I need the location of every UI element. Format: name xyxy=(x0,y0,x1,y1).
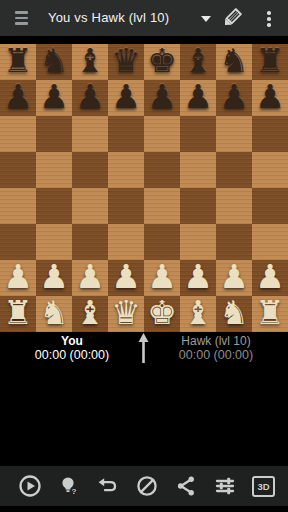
player-clock-you: You 00:00 (00:00) xyxy=(0,334,144,362)
square-d1[interactable]: ♛ xyxy=(108,296,144,332)
black-queen: ♛ xyxy=(111,43,141,79)
square-h5[interactable] xyxy=(252,152,288,188)
hamburger-menu-icon[interactable] xyxy=(15,11,28,25)
white-rook: ♜ xyxy=(3,295,33,331)
square-a8[interactable]: ♜ xyxy=(0,44,36,80)
black-pawn: ♟ xyxy=(111,79,141,115)
chess-board: ♜♞♝♛♚♝♞♜♟♟♟♟♟♟♟♟♟♟♟♟♟♟♟♟♜♞♝♛♚♝♞♜ xyxy=(0,44,288,332)
square-h4[interactable] xyxy=(252,188,288,224)
square-e3[interactable] xyxy=(144,224,180,260)
white-knight: ♞ xyxy=(219,295,249,331)
white-knight: ♞ xyxy=(39,295,69,331)
black-rook: ♜ xyxy=(3,43,33,79)
player-clock-opponent: Hawk (lvl 10) 00:00 (00:00) xyxy=(144,334,288,362)
white-rook: ♜ xyxy=(255,295,285,331)
black-bishop: ♝ xyxy=(183,43,213,79)
black-pawn: ♟ xyxy=(39,79,69,115)
square-f6[interactable] xyxy=(180,116,216,152)
white-pawn: ♟ xyxy=(3,259,33,295)
app-bar: You vs Hawk (lvl 10) xyxy=(0,0,288,36)
white-pawn: ♟ xyxy=(75,259,105,295)
square-d7[interactable]: ♟ xyxy=(108,80,144,116)
square-b2[interactable]: ♟ xyxy=(36,260,72,296)
square-f2[interactable]: ♟ xyxy=(180,260,216,296)
black-pawn: ♟ xyxy=(255,79,285,115)
square-h6[interactable] xyxy=(252,116,288,152)
view-3d-button[interactable]: 3D xyxy=(244,466,283,506)
square-c3[interactable] xyxy=(72,224,108,260)
black-pawn: ♟ xyxy=(219,79,249,115)
square-g8[interactable]: ♞ xyxy=(216,44,252,80)
white-pawn: ♟ xyxy=(147,259,177,295)
square-b1[interactable]: ♞ xyxy=(36,296,72,332)
square-e2[interactable]: ♟ xyxy=(144,260,180,296)
square-f4[interactable] xyxy=(180,188,216,224)
square-g1[interactable]: ♞ xyxy=(216,296,252,332)
square-c6[interactable] xyxy=(72,116,108,152)
3d-box-icon: 3D xyxy=(252,476,275,497)
black-knight: ♞ xyxy=(219,43,249,79)
square-e1[interactable]: ♚ xyxy=(144,296,180,332)
square-c7[interactable]: ♟ xyxy=(72,80,108,116)
square-b8[interactable]: ♞ xyxy=(36,44,72,80)
square-h3[interactable] xyxy=(252,224,288,260)
square-g4[interactable] xyxy=(216,188,252,224)
square-g3[interactable] xyxy=(216,224,252,260)
clock-row: You 00:00 (00:00) Hawk (lvl 10) 00:00 (0… xyxy=(0,333,288,367)
white-bishop: ♝ xyxy=(183,295,213,331)
square-h1[interactable]: ♜ xyxy=(252,296,288,332)
overflow-menu-icon[interactable] xyxy=(258,8,280,30)
square-e4[interactable] xyxy=(144,188,180,224)
square-f1[interactable]: ♝ xyxy=(180,296,216,332)
game-title[interactable]: You vs Hawk (lvl 10) xyxy=(48,0,169,36)
square-e5[interactable] xyxy=(144,152,180,188)
square-e7[interactable]: ♟ xyxy=(144,80,180,116)
black-pawn: ♟ xyxy=(3,79,33,115)
square-f5[interactable] xyxy=(180,152,216,188)
square-f3[interactable] xyxy=(180,224,216,260)
square-d4[interactable] xyxy=(108,188,144,224)
square-a4[interactable] xyxy=(0,188,36,224)
white-queen: ♛ xyxy=(111,295,141,331)
square-c1[interactable]: ♝ xyxy=(72,296,108,332)
share-icon[interactable] xyxy=(166,466,205,506)
white-pawn: ♟ xyxy=(183,259,213,295)
black-knight: ♞ xyxy=(39,43,69,79)
square-c5[interactable] xyxy=(72,152,108,188)
square-b3[interactable] xyxy=(36,224,72,260)
square-f8[interactable]: ♝ xyxy=(180,44,216,80)
square-d3[interactable] xyxy=(108,224,144,260)
white-king: ♚ xyxy=(147,295,177,331)
white-pawn: ♟ xyxy=(111,259,141,295)
settings-tune-icon[interactable] xyxy=(205,466,244,506)
square-b6[interactable] xyxy=(36,116,72,152)
black-bishop: ♝ xyxy=(75,43,105,79)
square-g5[interactable] xyxy=(216,152,252,188)
square-a2[interactable]: ♟ xyxy=(0,260,36,296)
player-time-opponent: 00:00 (00:00) xyxy=(144,348,288,362)
square-e8[interactable]: ♚ xyxy=(144,44,180,80)
square-d8[interactable]: ♛ xyxy=(108,44,144,80)
white-pawn: ♟ xyxy=(255,259,285,295)
square-b4[interactable] xyxy=(36,188,72,224)
square-a3[interactable] xyxy=(0,224,36,260)
black-pawn: ♟ xyxy=(183,79,213,115)
square-h7[interactable]: ♟ xyxy=(252,80,288,116)
hint-lightbulb-icon[interactable]: ? xyxy=(49,466,88,506)
square-g6[interactable] xyxy=(216,116,252,152)
dropdown-caret-icon[interactable] xyxy=(201,16,211,22)
edit-pencil-icon[interactable] xyxy=(219,5,245,31)
square-f7[interactable]: ♟ xyxy=(180,80,216,116)
undo-icon[interactable] xyxy=(88,466,127,506)
square-b5[interactable] xyxy=(36,152,72,188)
player-time-you: 00:00 (00:00) xyxy=(0,348,144,362)
square-c2[interactable]: ♟ xyxy=(72,260,108,296)
square-g2[interactable]: ♟ xyxy=(216,260,252,296)
square-a6[interactable] xyxy=(0,116,36,152)
black-pawn: ♟ xyxy=(147,79,177,115)
square-d6[interactable] xyxy=(108,116,144,152)
square-a5[interactable] xyxy=(0,152,36,188)
square-a1[interactable]: ♜ xyxy=(0,296,36,332)
square-a7[interactable]: ♟ xyxy=(0,80,36,116)
square-c4[interactable] xyxy=(72,188,108,224)
square-d5[interactable] xyxy=(108,152,144,188)
white-pawn: ♟ xyxy=(219,259,249,295)
black-rook: ♜ xyxy=(255,43,285,79)
black-pawn: ♟ xyxy=(75,79,105,115)
bottom-toolbar: ? xyxy=(0,466,288,506)
square-h8[interactable]: ♜ xyxy=(252,44,288,80)
square-g7[interactable]: ♟ xyxy=(216,80,252,116)
svg-text:?: ? xyxy=(71,487,76,496)
black-king: ♚ xyxy=(147,43,177,79)
square-b7[interactable]: ♟ xyxy=(36,80,72,116)
player-name-opponent: Hawk (lvl 10) xyxy=(144,334,288,348)
square-e6[interactable] xyxy=(144,116,180,152)
white-pawn: ♟ xyxy=(39,259,69,295)
play-button[interactable] xyxy=(10,466,49,506)
square-d2[interactable]: ♟ xyxy=(108,260,144,296)
square-c8[interactable]: ♝ xyxy=(72,44,108,80)
white-bishop: ♝ xyxy=(75,295,105,331)
block-icon[interactable] xyxy=(127,466,166,506)
square-h2[interactable]: ♟ xyxy=(252,260,288,296)
chess-app-screen: You vs Hawk (lvl 10) ♜♞♝♛♚♝♞♜♟♟♟♟♟♟♟♟♟♟♟… xyxy=(0,0,288,512)
player-name-you: You xyxy=(0,334,144,348)
